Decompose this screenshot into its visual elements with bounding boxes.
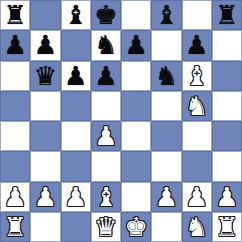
square-d8[interactable]: ♚ xyxy=(91,0,121,30)
piece-black-pawn[interactable]: ♟ xyxy=(124,30,147,60)
square-g6[interactable]: ♝ xyxy=(182,61,212,91)
square-a1[interactable]: ♜ xyxy=(0,212,30,242)
square-c6[interactable]: ♟ xyxy=(61,61,91,91)
square-f1[interactable] xyxy=(151,212,181,242)
square-g4[interactable] xyxy=(182,121,212,151)
square-a2[interactable]: ♟ xyxy=(0,182,30,212)
square-h1[interactable]: ♜ xyxy=(212,212,242,242)
square-e8[interactable] xyxy=(121,0,151,30)
square-h3[interactable] xyxy=(212,151,242,181)
square-d3[interactable] xyxy=(91,151,121,181)
square-f4[interactable] xyxy=(151,121,181,151)
square-d2[interactable]: ♝ xyxy=(91,182,121,212)
square-c3[interactable] xyxy=(61,151,91,181)
square-e6[interactable] xyxy=(121,61,151,91)
square-h4[interactable] xyxy=(212,121,242,151)
piece-black-pawn[interactable]: ♟ xyxy=(34,30,57,60)
piece-black-pawn[interactable]: ♟ xyxy=(64,61,87,91)
square-b5[interactable] xyxy=(30,91,60,121)
square-e5[interactable] xyxy=(121,91,151,121)
square-a8[interactable]: ♜ xyxy=(0,0,30,30)
chess-board: ♜♝♚♝♜♟♟♞♟♟♛♟♟♞♝♞♟♟♟♟♝♟♟♟♜♛♚♞♜ xyxy=(0,0,242,242)
piece-white-pawn[interactable]: ♟ xyxy=(155,182,178,212)
piece-black-knight[interactable]: ♞ xyxy=(155,61,178,91)
square-e2[interactable] xyxy=(121,182,151,212)
square-a6[interactable] xyxy=(0,61,30,91)
piece-white-knight[interactable]: ♞ xyxy=(185,212,208,242)
piece-white-pawn[interactable]: ♟ xyxy=(185,182,208,212)
square-c8[interactable]: ♝ xyxy=(61,0,91,30)
piece-black-bishop[interactable]: ♝ xyxy=(155,0,178,30)
square-h5[interactable] xyxy=(212,91,242,121)
square-e3[interactable] xyxy=(121,151,151,181)
square-b4[interactable] xyxy=(30,121,60,151)
square-b7[interactable]: ♟ xyxy=(30,30,60,60)
square-h2[interactable]: ♟ xyxy=(212,182,242,212)
square-f5[interactable] xyxy=(151,91,181,121)
square-f8[interactable]: ♝ xyxy=(151,0,181,30)
piece-white-bishop[interactable]: ♝ xyxy=(185,61,208,91)
piece-white-rook[interactable]: ♜ xyxy=(215,212,238,242)
piece-black-queen[interactable]: ♛ xyxy=(34,61,57,91)
square-c2[interactable]: ♟ xyxy=(61,182,91,212)
square-b2[interactable]: ♟ xyxy=(30,182,60,212)
piece-black-pawn[interactable]: ♟ xyxy=(185,30,208,60)
square-a5[interactable] xyxy=(0,91,30,121)
square-g5[interactable]: ♞ xyxy=(182,91,212,121)
square-a3[interactable] xyxy=(0,151,30,181)
square-c5[interactable] xyxy=(61,91,91,121)
square-b1[interactable] xyxy=(30,212,60,242)
piece-black-pawn[interactable]: ♟ xyxy=(94,61,117,91)
square-c4[interactable] xyxy=(61,121,91,151)
square-b3[interactable] xyxy=(30,151,60,181)
square-a4[interactable] xyxy=(0,121,30,151)
piece-black-king[interactable]: ♚ xyxy=(94,0,117,30)
piece-white-king[interactable]: ♚ xyxy=(124,212,147,242)
piece-black-rook[interactable]: ♜ xyxy=(3,0,26,30)
piece-white-bishop[interactable]: ♝ xyxy=(94,182,117,212)
square-g2[interactable]: ♟ xyxy=(182,182,212,212)
square-c1[interactable] xyxy=(61,212,91,242)
square-g8[interactable] xyxy=(182,0,212,30)
square-d5[interactable] xyxy=(91,91,121,121)
piece-white-pawn[interactable]: ♟ xyxy=(215,182,238,212)
square-d4[interactable]: ♟ xyxy=(91,121,121,151)
square-c7[interactable] xyxy=(61,30,91,60)
piece-white-rook[interactable]: ♜ xyxy=(3,212,26,242)
square-f2[interactable]: ♟ xyxy=(151,182,181,212)
square-g7[interactable]: ♟ xyxy=(182,30,212,60)
square-b6[interactable]: ♛ xyxy=(30,61,60,91)
piece-white-knight[interactable]: ♞ xyxy=(185,91,208,121)
piece-black-knight[interactable]: ♞ xyxy=(94,30,117,60)
piece-white-pawn[interactable]: ♟ xyxy=(34,182,57,212)
square-f3[interactable] xyxy=(151,151,181,181)
piece-black-rook[interactable]: ♜ xyxy=(215,0,238,30)
square-b8[interactable] xyxy=(30,0,60,30)
square-e7[interactable]: ♟ xyxy=(121,30,151,60)
piece-white-queen[interactable]: ♛ xyxy=(94,212,117,242)
square-h6[interactable] xyxy=(212,61,242,91)
square-f7[interactable] xyxy=(151,30,181,60)
square-d1[interactable]: ♛ xyxy=(91,212,121,242)
square-d6[interactable]: ♟ xyxy=(91,61,121,91)
square-f6[interactable]: ♞ xyxy=(151,61,181,91)
square-g1[interactable]: ♞ xyxy=(182,212,212,242)
square-g3[interactable] xyxy=(182,151,212,181)
square-e4[interactable] xyxy=(121,121,151,151)
square-a7[interactable]: ♟ xyxy=(0,30,30,60)
piece-white-pawn[interactable]: ♟ xyxy=(94,121,117,151)
piece-black-bishop[interactable]: ♝ xyxy=(64,0,87,30)
piece-white-pawn[interactable]: ♟ xyxy=(64,182,87,212)
square-h8[interactable]: ♜ xyxy=(212,0,242,30)
piece-black-pawn[interactable]: ♟ xyxy=(3,30,26,60)
square-h7[interactable] xyxy=(212,30,242,60)
square-d7[interactable]: ♞ xyxy=(91,30,121,60)
square-e1[interactable]: ♚ xyxy=(121,212,151,242)
piece-white-pawn[interactable]: ♟ xyxy=(3,182,26,212)
